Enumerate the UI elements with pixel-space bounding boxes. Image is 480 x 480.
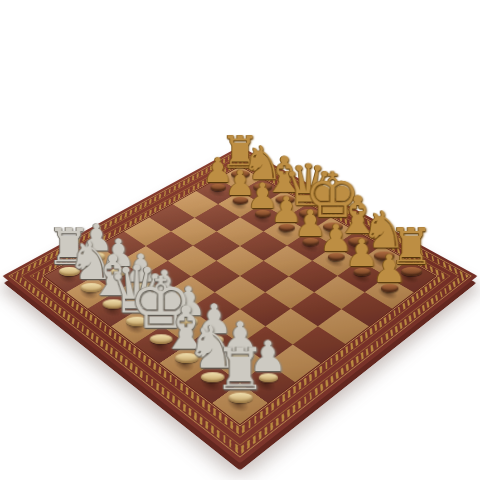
- leather-frame: ♜♞♝♛♚♝♞♜♟♟♟♟♟♟♟♟♟♟♟♟♟♟♟♟♜♞♝♛♚♝♞♜: [2, 146, 477, 463]
- wooden-base: [380, 284, 397, 292]
- square-h7[interactable]: ♟: [364, 276, 414, 309]
- wooden-base: [228, 392, 252, 402]
- chess-board: ♜♞♝♛♚♝♞♜♟♟♟♟♟♟♟♟♟♟♟♟♟♟♟♟♜♞♝♛♚♝♞♜: [2, 146, 477, 463]
- chessboard-scene: ♜♞♝♛♚♝♞♜♟♟♟♟♟♟♟♟♟♟♟♟♟♟♟♟♜♞♝♛♚♝♞♜: [0, 0, 480, 480]
- square-h1[interactable]: ♜: [212, 382, 268, 424]
- piece-body: ♜: [194, 343, 286, 403]
- piece-body: ♟: [348, 251, 430, 292]
- pawn-glyph: ♟: [372, 251, 407, 287]
- rook-glyph: ♜: [214, 343, 266, 396]
- board-grid: ♜♞♝♛♚♝♞♜♟♟♟♟♟♟♟♟♟♟♟♟♟♟♟♟♜♞♝♛♚♝♞♜: [45, 166, 435, 424]
- photo-canvas: { "game": "chess", "description": "Roman…: [0, 0, 480, 480]
